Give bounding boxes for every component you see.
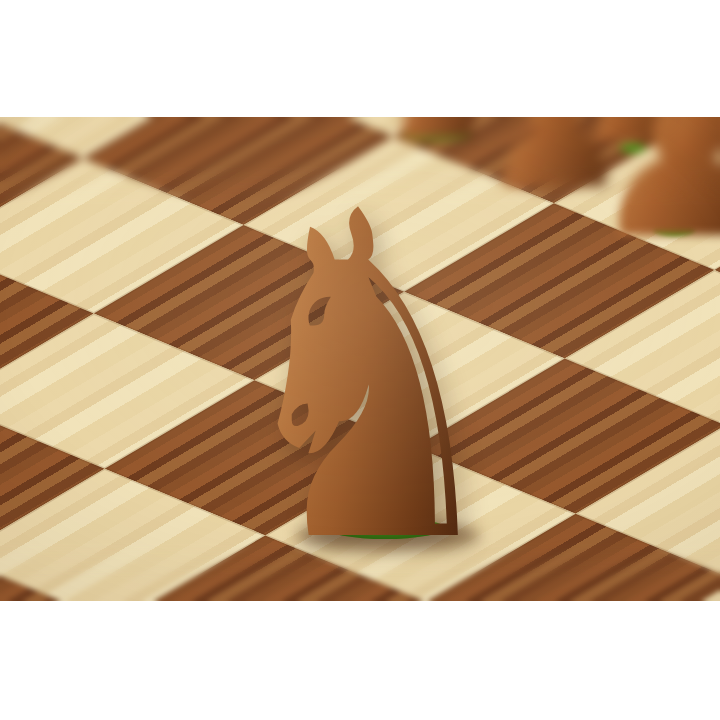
pawn-piece-blurred: ♟ xyxy=(642,117,720,173)
white-background-top xyxy=(0,0,720,117)
product-photo: ♟ ♟ ♟ ♟ ♟ ♞ xyxy=(0,0,720,720)
knight-piece: ♞ xyxy=(188,184,548,601)
chessboard-photo: ♟ ♟ ♟ ♟ ♟ ♞ xyxy=(0,117,720,601)
white-background-bottom xyxy=(0,601,720,720)
pawn-icon: ♟ xyxy=(650,117,720,173)
knight-icon: ♞ xyxy=(227,154,509,601)
